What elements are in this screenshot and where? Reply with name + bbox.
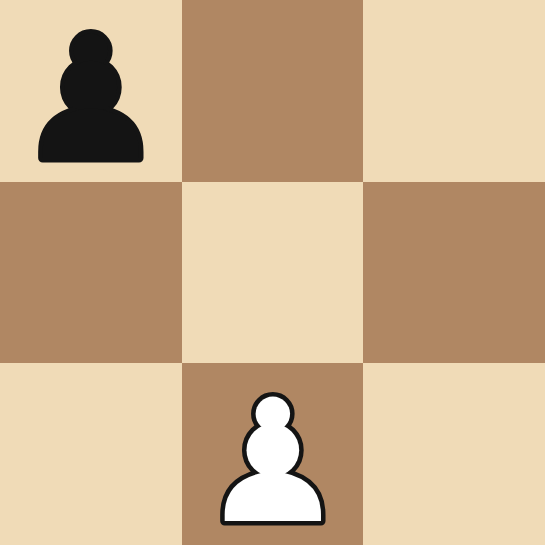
square-r0c1[interactable]: [182, 0, 364, 182]
square-r0c2[interactable]: [363, 0, 545, 182]
square-r0c0[interactable]: [0, 0, 182, 182]
white-pawn[interactable]: [182, 363, 364, 545]
square-r2c0[interactable]: [0, 363, 182, 545]
square-r2c1[interactable]: [182, 363, 364, 545]
square-r2c2[interactable]: [363, 363, 545, 545]
square-r1c2[interactable]: [363, 182, 545, 364]
black-pawn[interactable]: [0, 0, 182, 182]
chess-board: [0, 0, 545, 545]
square-r1c1[interactable]: [182, 182, 364, 364]
square-r1c0[interactable]: [0, 182, 182, 364]
